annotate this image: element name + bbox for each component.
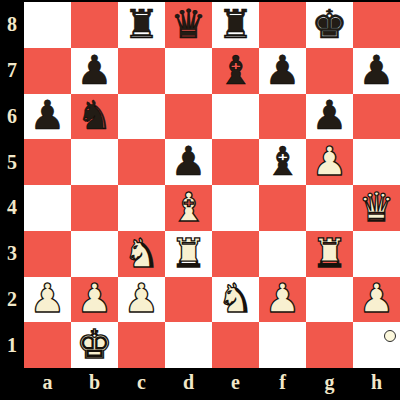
- file-label-h: h: [371, 371, 382, 394]
- white-to-move-indicator: [384, 330, 396, 342]
- square-g6[interactable]: ♟: [306, 94, 353, 140]
- square-c8[interactable]: ♜: [118, 2, 165, 48]
- chess-board: ♜♛♜♚♟♝♟♟♟♞♟♟♝♟♝♛♞♜♜♟♟♟♞♟♟♚: [24, 2, 400, 368]
- square-e2[interactable]: ♞: [212, 277, 259, 323]
- square-c3[interactable]: ♞: [118, 231, 165, 277]
- square-e7[interactable]: ♝: [212, 48, 259, 94]
- rank-label-1: 1: [7, 334, 17, 357]
- square-h7[interactable]: ♟: [353, 48, 400, 94]
- square-c5[interactable]: [118, 139, 165, 185]
- square-b1[interactable]: ♚: [71, 322, 118, 368]
- piece-black-queen[interactable]: ♛: [171, 4, 207, 44]
- square-d3[interactable]: ♜: [165, 231, 212, 277]
- piece-black-bishop[interactable]: ♝: [218, 50, 254, 90]
- chess-board-frame: ♜♛♜♚♟♝♟♟♟♞♟♟♝♟♝♛♞♜♜♟♟♟♞♟♟♚ 87654321 abcd…: [0, 0, 400, 400]
- square-f8[interactable]: [259, 2, 306, 48]
- piece-white-knight[interactable]: ♞: [218, 278, 254, 318]
- square-d8[interactable]: ♛: [165, 2, 212, 48]
- square-a1[interactable]: [24, 322, 71, 368]
- square-g1[interactable]: [306, 322, 353, 368]
- piece-white-rook[interactable]: ♜: [171, 233, 207, 273]
- square-d5[interactable]: ♟: [165, 139, 212, 185]
- square-c1[interactable]: [118, 322, 165, 368]
- square-f4[interactable]: [259, 185, 306, 231]
- square-h3[interactable]: [353, 231, 400, 277]
- square-e1[interactable]: [212, 322, 259, 368]
- piece-white-knight[interactable]: ♞: [124, 233, 160, 273]
- square-d2[interactable]: [165, 277, 212, 323]
- square-f3[interactable]: [259, 231, 306, 277]
- square-f7[interactable]: ♟: [259, 48, 306, 94]
- square-g7[interactable]: [306, 48, 353, 94]
- square-g4[interactable]: [306, 185, 353, 231]
- square-f5[interactable]: ♝: [259, 139, 306, 185]
- square-c7[interactable]: [118, 48, 165, 94]
- square-d4[interactable]: ♝: [165, 185, 212, 231]
- rank-label-6: 6: [7, 105, 17, 128]
- rank-labels: 87654321: [0, 2, 24, 368]
- piece-white-pawn[interactable]: ♟: [77, 278, 113, 318]
- square-f1[interactable]: [259, 322, 306, 368]
- square-h6[interactable]: [353, 94, 400, 140]
- piece-white-pawn[interactable]: ♟: [124, 278, 160, 318]
- piece-white-pawn[interactable]: ♟: [265, 278, 301, 318]
- file-label-e: e: [231, 371, 240, 394]
- square-g3[interactable]: ♜: [306, 231, 353, 277]
- square-e8[interactable]: ♜: [212, 2, 259, 48]
- piece-black-knight[interactable]: ♞: [77, 95, 113, 135]
- rank-label-5: 5: [7, 151, 17, 174]
- rank-label-8: 8: [7, 13, 17, 36]
- square-b2[interactable]: ♟: [71, 277, 118, 323]
- file-labels: abcdefgh: [24, 368, 400, 400]
- square-g2[interactable]: [306, 277, 353, 323]
- file-label-a: a: [43, 371, 53, 394]
- square-h2[interactable]: ♟: [353, 277, 400, 323]
- square-e4[interactable]: [212, 185, 259, 231]
- square-e3[interactable]: [212, 231, 259, 277]
- piece-white-queen[interactable]: ♛: [359, 187, 395, 227]
- piece-white-king[interactable]: ♚: [77, 324, 113, 364]
- piece-black-pawn[interactable]: ♟: [77, 50, 113, 90]
- piece-black-rook[interactable]: ♜: [124, 4, 160, 44]
- square-c6[interactable]: [118, 94, 165, 140]
- square-d7[interactable]: [165, 48, 212, 94]
- rank-label-2: 2: [7, 288, 17, 311]
- square-b5[interactable]: [71, 139, 118, 185]
- square-d1[interactable]: [165, 322, 212, 368]
- square-g8[interactable]: ♚: [306, 2, 353, 48]
- square-a7[interactable]: [24, 48, 71, 94]
- piece-black-pawn[interactable]: ♟: [359, 50, 395, 90]
- square-c4[interactable]: [118, 185, 165, 231]
- square-a6[interactable]: ♟: [24, 94, 71, 140]
- square-b3[interactable]: [71, 231, 118, 277]
- square-h4[interactable]: ♛: [353, 185, 400, 231]
- file-label-c: c: [137, 371, 146, 394]
- square-g5[interactable]: ♟: [306, 139, 353, 185]
- piece-white-pawn[interactable]: ♟: [359, 278, 395, 318]
- square-h1[interactable]: [353, 322, 400, 368]
- piece-black-pawn[interactable]: ♟: [171, 141, 207, 181]
- square-a2[interactable]: ♟: [24, 277, 71, 323]
- square-a8[interactable]: [24, 2, 71, 48]
- file-label-g: g: [325, 371, 335, 394]
- file-label-d: d: [183, 371, 194, 394]
- square-e6[interactable]: [212, 94, 259, 140]
- file-label-f: f: [279, 371, 286, 394]
- square-c2[interactable]: ♟: [118, 277, 165, 323]
- square-e5[interactable]: [212, 139, 259, 185]
- square-h8[interactable]: [353, 2, 400, 48]
- piece-black-pawn[interactable]: ♟: [265, 50, 301, 90]
- piece-white-pawn[interactable]: ♟: [312, 141, 348, 181]
- square-b4[interactable]: [71, 185, 118, 231]
- piece-black-king[interactable]: ♚: [312, 4, 348, 44]
- piece-black-pawn[interactable]: ♟: [30, 95, 66, 135]
- rank-label-4: 4: [7, 196, 17, 219]
- square-b7[interactable]: ♟: [71, 48, 118, 94]
- file-label-b: b: [89, 371, 100, 394]
- square-b6[interactable]: ♞: [71, 94, 118, 140]
- square-d6[interactable]: [165, 94, 212, 140]
- piece-black-pawn[interactable]: ♟: [312, 95, 348, 135]
- rank-label-7: 7: [7, 59, 17, 82]
- piece-white-pawn[interactable]: ♟: [30, 278, 66, 318]
- piece-white-bishop[interactable]: ♝: [171, 187, 207, 227]
- square-a5[interactable]: [24, 139, 71, 185]
- rank-label-3: 3: [7, 242, 17, 265]
- square-a4[interactable]: [24, 185, 71, 231]
- piece-white-rook[interactable]: ♜: [312, 233, 348, 273]
- square-f2[interactable]: ♟: [259, 277, 306, 323]
- piece-black-bishop[interactable]: ♝: [265, 141, 301, 181]
- square-b8[interactable]: [71, 2, 118, 48]
- piece-black-rook[interactable]: ♜: [218, 4, 254, 44]
- square-h5[interactable]: [353, 139, 400, 185]
- square-a3[interactable]: [24, 231, 71, 277]
- square-f6[interactable]: [259, 94, 306, 140]
